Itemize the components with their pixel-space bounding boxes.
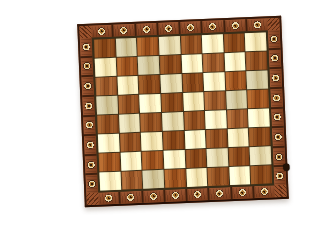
ornament-cell (268, 47, 281, 67)
square-r5c3-dark (140, 113, 161, 132)
square-r4c1-light (96, 96, 117, 115)
square-r1c2-light (116, 38, 137, 57)
square-r1c5-dark (180, 35, 201, 54)
square-r2c8-dark (246, 51, 267, 70)
square-r3c4-light (160, 74, 181, 93)
square-r3c5-dark (182, 73, 203, 92)
rosette-icon (253, 21, 261, 29)
rosette-icon (149, 192, 157, 200)
ornament-cell (84, 134, 97, 154)
square-r8c1-light (99, 172, 120, 191)
ornament-cell (163, 189, 186, 202)
square-r7c8-light (250, 146, 271, 165)
rosette-icon (209, 23, 217, 31)
square-r6c2-dark (119, 133, 140, 152)
rosette-icon (82, 43, 90, 51)
rosette-icon (231, 22, 239, 30)
rosette-icon (85, 101, 93, 109)
square-r2c3-light (138, 56, 159, 75)
square-r6c1-light (98, 134, 119, 153)
ornament-cell (273, 146, 286, 166)
rosette-icon (271, 54, 279, 62)
square-r7c4-light (164, 150, 185, 169)
square-r2c6-dark (203, 53, 224, 72)
square-r8c5-light (186, 168, 207, 187)
square-r5c2-light (119, 114, 140, 133)
square-r3c1-dark (96, 77, 117, 96)
ornament-cell (86, 173, 99, 193)
rosette-icon (272, 74, 280, 82)
rosette-icon (273, 113, 281, 121)
ornament-cell (178, 21, 201, 34)
ornament-cell (82, 95, 95, 115)
square-r4c8-dark (248, 89, 269, 108)
ornament-cell (98, 192, 119, 205)
ornament-cell (245, 18, 268, 31)
border-corner-top-left (79, 26, 91, 38)
ornament-cell (268, 30, 281, 48)
rosette-icon (216, 189, 224, 197)
ornament-cell (119, 191, 142, 204)
square-r3c7-dark (225, 71, 246, 90)
square-r7c5-dark (185, 149, 206, 168)
ornament-cell (134, 23, 157, 36)
square-r6c4-dark (163, 131, 184, 150)
square-r6c5-light (184, 130, 205, 149)
square-r8c2-dark (121, 171, 142, 190)
rosette-icon (164, 24, 172, 32)
ornament-cell (81, 75, 94, 95)
square-r5c4-light (162, 112, 183, 131)
square-r6c8-dark (249, 127, 270, 146)
rosette-icon (270, 35, 278, 43)
rosette-icon (142, 25, 150, 33)
square-r4c3-light (140, 94, 161, 113)
square-r3c6-light (204, 72, 225, 91)
square-r6c7-light (228, 128, 249, 147)
rosette-icon (98, 27, 106, 35)
border-corner-bottom-right (274, 185, 286, 197)
rosette-icon (276, 172, 284, 180)
ornament-cell (223, 19, 246, 32)
square-r1c7-dark (224, 33, 245, 52)
ornament-cell (185, 188, 208, 201)
square-r4c7-light (226, 90, 247, 109)
square-r1c1-dark (94, 39, 115, 58)
square-r2c2-dark (116, 57, 137, 76)
rosette-icon (87, 160, 95, 168)
square-r5c5-dark (184, 111, 205, 130)
square-r2c5-light (181, 54, 202, 73)
square-r4c5-light (183, 92, 204, 111)
square-r7c2-light (120, 152, 141, 171)
ornament-cell (85, 153, 98, 173)
rosette-icon (275, 152, 283, 160)
ornament-cell (252, 185, 275, 198)
square-r5c7-dark (227, 109, 248, 128)
playing-field (92, 30, 274, 192)
ornament-cell (112, 24, 135, 37)
ornament-cell (207, 187, 230, 200)
square-r7c1-dark (99, 153, 120, 172)
rosette-icon (193, 190, 201, 198)
square-r4c6-dark (204, 91, 225, 110)
square-r5c1-dark (97, 115, 118, 134)
rosette-icon (171, 191, 179, 199)
border-corner-top-right (267, 18, 279, 30)
rosette-icon (86, 141, 94, 149)
rosette-icon (260, 188, 268, 196)
rosette-icon (127, 193, 135, 201)
square-r7c3-dark (142, 151, 163, 170)
square-r1c6-light (202, 34, 223, 53)
square-r8c8-dark (251, 165, 272, 184)
rosette-icon (85, 121, 93, 129)
square-r6c6-dark (206, 129, 227, 148)
square-r7c6-light (207, 148, 228, 167)
square-r2c7-light (224, 52, 245, 71)
square-r4c2-dark (118, 95, 139, 114)
rosette-icon (84, 82, 92, 90)
square-r1c3-dark (137, 37, 158, 56)
ornament-cell (200, 20, 223, 33)
ornament-cell (83, 114, 96, 134)
border-corner-bottom-left (86, 193, 98, 205)
ornament-cell (272, 126, 285, 146)
rosette-icon (238, 188, 246, 196)
ornament-cell (80, 38, 93, 56)
square-r2c1-light (95, 58, 116, 77)
rosette-icon (186, 23, 194, 31)
ornament-cell (81, 55, 94, 75)
square-r2c4-dark (160, 55, 181, 74)
chessboard-product-photo (0, 0, 310, 233)
ornament-cell (156, 22, 179, 35)
square-r1c8-light (245, 32, 266, 51)
square-r7c7-dark (228, 147, 249, 166)
square-r8c6-dark (208, 167, 229, 186)
rosette-icon (88, 180, 96, 188)
square-r3c8-light (247, 70, 268, 89)
square-r1c4-light (159, 36, 180, 55)
ornament-cell (269, 67, 282, 87)
square-r8c4-dark (164, 169, 185, 188)
rosette-icon (274, 133, 282, 141)
square-r8c3-light (143, 170, 164, 189)
chess-board (77, 16, 288, 207)
rosette-icon (120, 26, 128, 34)
clasp-icon (283, 164, 289, 171)
square-r3c3-dark (139, 75, 160, 94)
rosette-icon (105, 194, 113, 202)
square-r5c6-light (205, 110, 226, 129)
ornament-cell (271, 106, 284, 126)
rosette-icon (83, 62, 91, 70)
square-r3c2-light (117, 76, 138, 95)
ornament-cell (270, 87, 283, 107)
square-r4c4-dark (161, 93, 182, 112)
ornament-cell (230, 186, 253, 199)
rosette-icon (272, 94, 280, 102)
square-r6c3-light (141, 132, 162, 151)
ornament-cell (141, 190, 164, 203)
square-r5c8-light (248, 108, 269, 127)
ornament-cell (91, 25, 112, 38)
square-r8c7-light (229, 166, 250, 185)
